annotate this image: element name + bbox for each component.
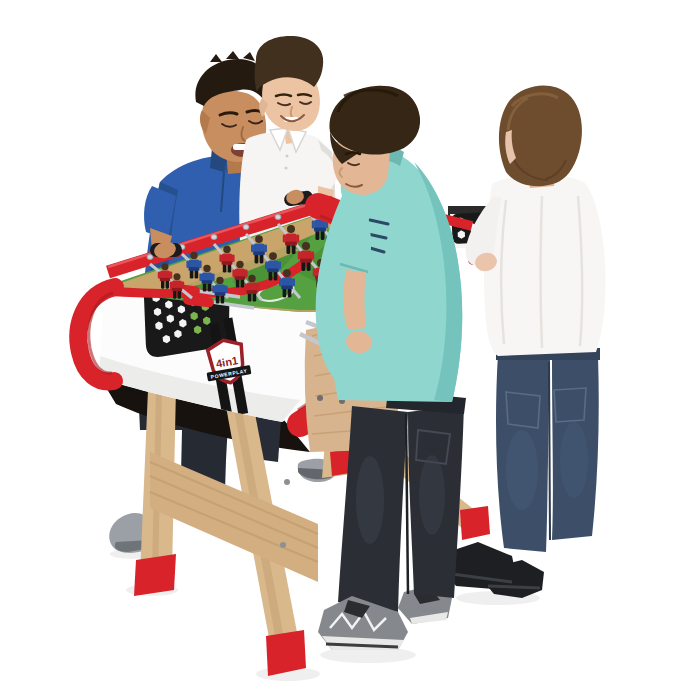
leg-foot-cap bbox=[460, 506, 490, 540]
product-photo-foosball: 4in1 POWERPLAY bbox=[0, 0, 700, 700]
scene: 4in1 POWERPLAY bbox=[0, 0, 700, 700]
leg-foot-cap bbox=[134, 554, 176, 596]
boy3-forearm bbox=[343, 270, 366, 330]
boy3-sleeve bbox=[335, 208, 371, 276]
